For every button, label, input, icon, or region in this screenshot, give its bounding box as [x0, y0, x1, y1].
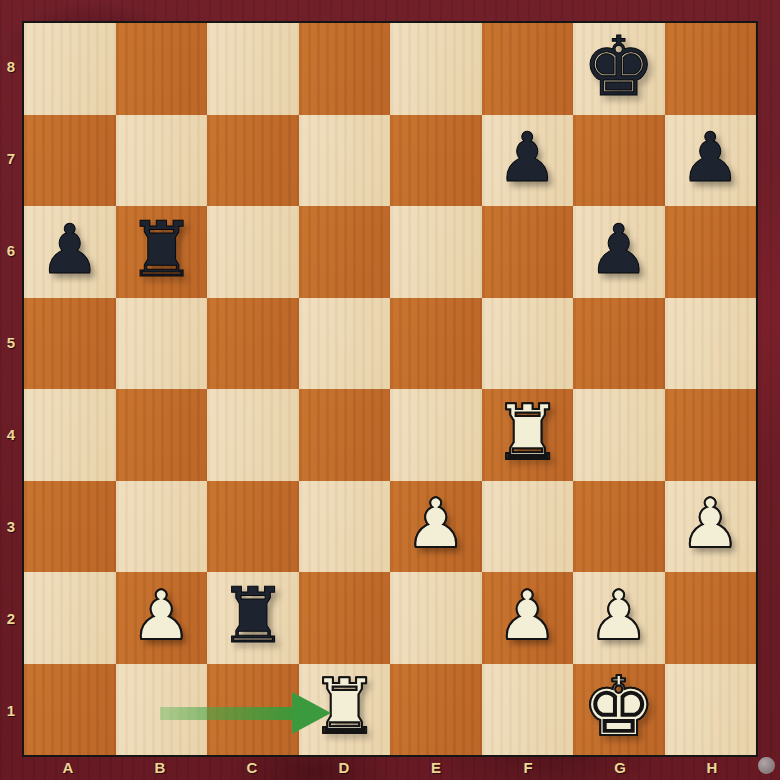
square-e6[interactable]: [390, 206, 482, 298]
square-c3[interactable]: [207, 481, 299, 573]
chess-board: ♚♟♟♟♜♟♜♟♟♟♜♟♟♜♚: [22, 21, 758, 757]
square-a3[interactable]: [24, 481, 116, 573]
square-d7[interactable]: [299, 115, 391, 207]
square-d2[interactable]: [299, 572, 391, 664]
square-d5[interactable]: [299, 298, 391, 390]
square-f2[interactable]: ♟: [482, 572, 574, 664]
square-c8[interactable]: [207, 23, 299, 115]
file-label-b: B: [114, 757, 206, 780]
square-b4[interactable]: [116, 389, 208, 481]
square-h5[interactable]: [665, 298, 757, 390]
square-d3[interactable]: [299, 481, 391, 573]
black-pawn-piece[interactable]: ♟: [39, 216, 100, 284]
rank-label-3: 3: [0, 481, 22, 573]
square-b3[interactable]: [116, 481, 208, 573]
square-f8[interactable]: [482, 23, 574, 115]
square-e2[interactable]: [390, 572, 482, 664]
rank-label-5: 5: [0, 297, 22, 389]
rank-label-2: 2: [0, 573, 22, 665]
square-f3[interactable]: [482, 481, 574, 573]
black-pawn-piece[interactable]: ♟: [680, 124, 741, 192]
square-d4[interactable]: [299, 389, 391, 481]
white-king-piece[interactable]: ♚: [582, 666, 656, 748]
square-h4[interactable]: [665, 389, 757, 481]
square-f4[interactable]: ♜: [482, 389, 574, 481]
square-a8[interactable]: [24, 23, 116, 115]
rank-label-4: 4: [0, 389, 22, 481]
white-pawn-piece[interactable]: ♟: [131, 582, 192, 650]
corner-dot-icon: [758, 757, 775, 774]
rank-label-8: 8: [0, 21, 22, 113]
file-label-g: G: [574, 757, 666, 780]
square-a7[interactable]: [24, 115, 116, 207]
square-g4[interactable]: [573, 389, 665, 481]
square-g8[interactable]: ♚: [573, 23, 665, 115]
square-a5[interactable]: [24, 298, 116, 390]
rank-label-6: 6: [0, 205, 22, 297]
square-a2[interactable]: [24, 572, 116, 664]
square-f6[interactable]: [482, 206, 574, 298]
rank-label-1: 1: [0, 665, 22, 757]
file-label-d: D: [298, 757, 390, 780]
square-h8[interactable]: [665, 23, 757, 115]
square-e4[interactable]: [390, 389, 482, 481]
square-g5[interactable]: [573, 298, 665, 390]
square-b6[interactable]: ♜: [116, 206, 208, 298]
file-label-f: F: [482, 757, 574, 780]
square-c2[interactable]: ♜: [207, 572, 299, 664]
move-arrow-head: [292, 692, 331, 734]
move-arrow-tail: [160, 707, 292, 720]
white-pawn-piece[interactable]: ♟: [405, 490, 466, 558]
square-b8[interactable]: [116, 23, 208, 115]
square-g6[interactable]: ♟: [573, 206, 665, 298]
square-b2[interactable]: ♟: [116, 572, 208, 664]
square-a6[interactable]: ♟: [24, 206, 116, 298]
square-g2[interactable]: ♟: [573, 572, 665, 664]
square-h6[interactable]: [665, 206, 757, 298]
square-h7[interactable]: ♟: [665, 115, 757, 207]
black-rook-piece[interactable]: ♜: [219, 578, 287, 654]
square-h2[interactable]: [665, 572, 757, 664]
square-g3[interactable]: [573, 481, 665, 573]
square-e3[interactable]: ♟: [390, 481, 482, 573]
square-c7[interactable]: [207, 115, 299, 207]
white-pawn-piece[interactable]: ♟: [497, 582, 558, 650]
square-d6[interactable]: [299, 206, 391, 298]
file-label-e: E: [390, 757, 482, 780]
square-c6[interactable]: [207, 206, 299, 298]
rank-label-7: 7: [0, 113, 22, 205]
file-label-a: A: [22, 757, 114, 780]
square-e8[interactable]: [390, 23, 482, 115]
square-g1[interactable]: ♚: [573, 664, 665, 756]
square-f5[interactable]: [482, 298, 574, 390]
file-label-c: C: [206, 757, 298, 780]
square-h1[interactable]: [665, 664, 757, 756]
square-c4[interactable]: [207, 389, 299, 481]
black-rook-piece[interactable]: ♜: [127, 212, 195, 288]
square-c5[interactable]: [207, 298, 299, 390]
black-king-piece[interactable]: ♚: [582, 26, 656, 108]
square-e7[interactable]: [390, 115, 482, 207]
square-b5[interactable]: [116, 298, 208, 390]
square-a1[interactable]: [24, 664, 116, 756]
chessboard-screenshot: ♚♟♟♟♜♟♜♟♟♟♜♟♟♜♚ 87654321 ABCDEFGH: [0, 0, 780, 780]
square-d8[interactable]: [299, 23, 391, 115]
black-pawn-piece[interactable]: ♟: [497, 124, 558, 192]
black-pawn-piece[interactable]: ♟: [588, 216, 649, 284]
square-h3[interactable]: ♟: [665, 481, 757, 573]
white-pawn-piece[interactable]: ♟: [680, 490, 741, 558]
file-label-h: H: [666, 757, 758, 780]
square-g7[interactable]: [573, 115, 665, 207]
square-e5[interactable]: [390, 298, 482, 390]
white-pawn-piece[interactable]: ♟: [588, 582, 649, 650]
white-rook-piece[interactable]: ♜: [493, 395, 561, 471]
square-b7[interactable]: [116, 115, 208, 207]
square-e1[interactable]: [390, 664, 482, 756]
square-a4[interactable]: [24, 389, 116, 481]
square-f1[interactable]: [482, 664, 574, 756]
square-f7[interactable]: ♟: [482, 115, 574, 207]
